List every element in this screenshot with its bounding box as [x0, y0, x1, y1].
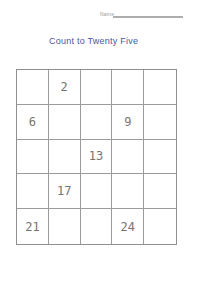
grid-cell-r3c3[interactable]: 13: [81, 140, 113, 175]
grid-cell-r2c2[interactable]: [49, 105, 81, 140]
grid-cell-r2c3[interactable]: [81, 105, 113, 140]
grid-cell-r2c1[interactable]: 6: [17, 105, 49, 140]
grid-cell-r5c5[interactable]: [144, 209, 176, 244]
cell-number: 2: [61, 80, 68, 94]
grid-cell-r3c1[interactable]: [17, 140, 49, 175]
grid-cell-r4c1[interactable]: [17, 174, 49, 209]
grid-cell-r5c3[interactable]: [81, 209, 113, 244]
grid-cell-r1c2[interactable]: 2: [49, 70, 81, 105]
grid-cell-r2c4[interactable]: 9: [112, 105, 144, 140]
name-write-line[interactable]: [113, 16, 183, 18]
cell-number: 6: [29, 115, 36, 129]
page-title: Count to Twenty Five: [49, 36, 138, 46]
cell-number: 24: [121, 220, 135, 234]
grid-cell-r5c1[interactable]: 21: [17, 209, 49, 244]
worksheet-page: Name Count to Twenty Five 2 6 9 13 17 21…: [0, 0, 201, 282]
grid-cell-r3c4[interactable]: [112, 140, 144, 175]
grid-cell-r4c5[interactable]: [144, 174, 176, 209]
grid-cell-r2c5[interactable]: [144, 105, 176, 140]
cell-number: 17: [57, 184, 71, 198]
grid-cell-r1c1[interactable]: [17, 70, 49, 105]
grid-cell-r1c3[interactable]: [81, 70, 113, 105]
grid-cell-r1c5[interactable]: [144, 70, 176, 105]
cell-number: 13: [89, 149, 103, 163]
grid-cell-r3c5[interactable]: [144, 140, 176, 175]
grid-cell-r4c2[interactable]: 17: [49, 174, 81, 209]
number-grid: 2 6 9 13 17 21 24: [16, 69, 177, 245]
cell-number: 21: [25, 220, 39, 234]
grid-cell-r4c3[interactable]: [81, 174, 113, 209]
grid-cell-r1c4[interactable]: [112, 70, 144, 105]
grid-cell-r5c4[interactable]: 24: [112, 209, 144, 244]
cell-number: 9: [124, 115, 131, 129]
grid-cell-r5c2[interactable]: [49, 209, 81, 244]
grid-cell-r4c4[interactable]: [112, 174, 144, 209]
grid-cell-r3c2[interactable]: [49, 140, 81, 175]
